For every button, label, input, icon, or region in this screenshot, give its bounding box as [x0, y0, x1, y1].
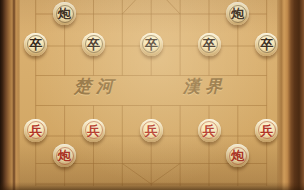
piece-glyph: 炮 — [58, 7, 71, 20]
piece-red-soldier[interactable]: 兵 — [255, 119, 278, 142]
piece-glyph: 卒 — [203, 38, 216, 51]
piece-black-soldier[interactable]: 卒 — [82, 33, 105, 56]
board-frame-left — [0, 0, 20, 190]
piece-glyph: 卒 — [29, 38, 42, 51]
piece-glyph: 炮 — [231, 7, 244, 20]
river-label-chu-he: 楚河 — [74, 77, 118, 97]
piece-glyph: 卒 — [260, 38, 273, 51]
piece-glyph: 兵 — [260, 124, 273, 137]
piece-red-soldier[interactable]: 兵 — [198, 119, 221, 142]
piece-red-soldier[interactable]: 兵 — [24, 119, 47, 142]
piece-glyph: 炮 — [231, 149, 244, 162]
piece-red-soldier[interactable]: 兵 — [82, 119, 105, 142]
board-grid — [0, 0, 304, 190]
river-label-han-jie: 漢界 — [183, 77, 227, 97]
piece-red-cannon[interactable]: 炮 — [53, 144, 76, 167]
piece-red-soldier[interactable]: 兵 — [140, 119, 163, 142]
piece-glyph: 兵 — [29, 124, 42, 137]
piece-black-cannon[interactable]: 炮 — [53, 2, 76, 25]
piece-glyph: 炮 — [58, 149, 71, 162]
piece-black-soldier[interactable]: 卒 — [198, 33, 221, 56]
piece-glyph: 卒 — [87, 38, 100, 51]
piece-glyph: 卒 — [145, 38, 158, 51]
piece-black-soldier[interactable]: 卒 — [140, 33, 163, 56]
piece-black-soldier[interactable]: 卒 — [24, 33, 47, 56]
piece-glyph: 兵 — [203, 124, 216, 137]
piece-black-soldier[interactable]: 卒 — [255, 33, 278, 56]
piece-glyph: 兵 — [87, 124, 100, 137]
board-frame-right — [277, 0, 304, 190]
xiangqi-board[interactable]: 楚河 漢界 炮炮卒卒卒卒卒兵兵兵兵兵炮炮 — [0, 0, 304, 190]
piece-glyph: 兵 — [145, 124, 158, 137]
